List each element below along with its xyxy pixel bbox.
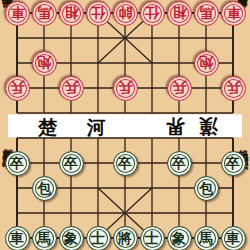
piece-red-soldier[interactable]: 兵 [5, 76, 30, 101]
piece-red-advisor[interactable]: 仕 [86, 1, 111, 26]
piece-red-soldier[interactable]: 兵 [221, 76, 246, 101]
piece-red-general[interactable]: 帥 [113, 1, 138, 26]
piece-red-soldier[interactable]: 兵 [113, 76, 138, 101]
piece-red-soldier[interactable]: 兵 [59, 76, 84, 101]
piece-black-soldier[interactable]: 卒 [5, 151, 30, 176]
piece-black-horse[interactable]: 馬 [194, 226, 219, 250]
xiangqi-board: 起手無回大丈夫 觀棋不語真君子 觀棋不語真君子 起手無回大丈夫 楚河 漢界 車馬… [0, 0, 250, 250]
piece-red-cannon[interactable]: 炮 [194, 51, 219, 76]
piece-red-horse[interactable]: 馬 [32, 1, 57, 26]
piece-black-chariot[interactable]: 車 [221, 226, 246, 250]
piece-red-advisor[interactable]: 仕 [140, 1, 165, 26]
piece-red-horse[interactable]: 馬 [194, 1, 219, 26]
piece-red-chariot[interactable]: 車 [221, 1, 246, 26]
piece-red-cannon[interactable]: 炮 [32, 51, 57, 76]
piece-black-advisor[interactable]: 士 [140, 226, 165, 250]
piece-red-elephant[interactable]: 相 [167, 1, 192, 26]
piece-red-soldier[interactable]: 兵 [167, 76, 192, 101]
piece-black-general[interactable]: 將 [113, 226, 138, 250]
piece-black-soldier[interactable]: 卒 [167, 151, 192, 176]
piece-black-soldier[interactable]: 卒 [59, 151, 84, 176]
piece-black-advisor[interactable]: 士 [86, 226, 111, 250]
piece-black-soldier[interactable]: 卒 [113, 151, 138, 176]
piece-black-horse[interactable]: 馬 [32, 226, 57, 250]
piece-red-elephant[interactable]: 相 [59, 1, 84, 26]
piece-black-elephant[interactable]: 象 [167, 226, 192, 250]
piece-black-elephant[interactable]: 象 [59, 226, 84, 250]
piece-black-cannon[interactable]: 包 [32, 176, 57, 201]
piece-black-soldier[interactable]: 卒 [221, 151, 246, 176]
piece-red-chariot[interactable]: 車 [5, 1, 30, 26]
piece-black-chariot[interactable]: 車 [5, 226, 30, 250]
piece-grid[interactable]: 車馬相仕帥仕相馬車炮炮兵兵兵兵兵卒卒卒卒卒包包車馬象士將士象馬車 [4, 1, 247, 250]
piece-black-cannon[interactable]: 包 [194, 176, 219, 201]
